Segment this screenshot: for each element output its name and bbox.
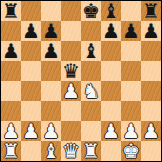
square-h1[interactable] (141, 141, 161, 161)
square-h3[interactable] (141, 101, 161, 121)
square-h6[interactable] (141, 41, 161, 61)
white-queen-piece[interactable]: ♛ (62, 141, 80, 161)
square-a3[interactable] (1, 101, 21, 121)
white-pawn-piece[interactable]: ♟ (42, 121, 60, 141)
square-d1[interactable]: ♛ (61, 141, 81, 161)
white-rook-piece[interactable]: ♜ (2, 141, 20, 161)
square-e1[interactable]: ♜ (81, 141, 101, 161)
square-b4[interactable] (21, 81, 41, 101)
square-a5[interactable] (1, 61, 21, 81)
black-rook-piece[interactable]: ♜ (142, 1, 160, 21)
square-h5[interactable] (141, 61, 161, 81)
black-pawn-piece[interactable]: ♟ (42, 41, 60, 61)
square-e4[interactable]: ♞ (81, 81, 101, 101)
square-e7[interactable] (81, 21, 101, 41)
square-a1[interactable]: ♜ (1, 141, 21, 161)
white-pawn-piece[interactable]: ♟ (62, 81, 80, 101)
square-c7[interactable]: ♟ (41, 21, 61, 41)
square-a6[interactable]: ♟ (1, 41, 21, 61)
black-bishop-piece[interactable]: ♝ (82, 41, 100, 61)
board-frame: ♜♚♝♜♟♟♟♟♟♟♟♝♛♟♞♟♟♟♟♟♟♜♝♛♜♚ (0, 0, 162, 162)
black-rook-piece[interactable]: ♜ (2, 1, 20, 21)
black-pawn-piece[interactable]: ♟ (142, 21, 160, 41)
square-f6[interactable] (101, 41, 121, 61)
square-d6[interactable] (61, 41, 81, 61)
square-b6[interactable] (21, 41, 41, 61)
square-h4[interactable] (141, 81, 161, 101)
square-a4[interactable] (1, 81, 21, 101)
black-pawn-piece[interactable]: ♟ (122, 21, 140, 41)
square-c6[interactable]: ♟ (41, 41, 61, 61)
square-d8[interactable] (61, 1, 81, 21)
white-king-piece[interactable]: ♚ (122, 141, 140, 161)
square-b8[interactable] (21, 1, 41, 21)
square-c8[interactable] (41, 1, 61, 21)
square-f3[interactable] (101, 101, 121, 121)
square-d7[interactable] (61, 21, 81, 41)
white-pawn-piece[interactable]: ♟ (2, 121, 20, 141)
white-rook-piece[interactable]: ♜ (82, 141, 100, 161)
square-c4[interactable] (41, 81, 61, 101)
square-e3[interactable] (81, 101, 101, 121)
square-c1[interactable]: ♝ (41, 141, 61, 161)
square-g8[interactable] (121, 1, 141, 21)
square-a8[interactable]: ♜ (1, 1, 21, 21)
square-c3[interactable] (41, 101, 61, 121)
black-queen-piece[interactable]: ♛ (62, 61, 80, 81)
square-f1[interactable] (101, 141, 121, 161)
square-d2[interactable] (61, 121, 81, 141)
square-a7[interactable] (1, 21, 21, 41)
square-e8[interactable]: ♚ (81, 1, 101, 21)
square-d5[interactable]: ♛ (61, 61, 81, 81)
square-b7[interactable]: ♟ (21, 21, 41, 41)
black-bishop-piece[interactable]: ♝ (102, 1, 120, 21)
square-f8[interactable]: ♝ (101, 1, 121, 21)
white-pawn-piece[interactable]: ♟ (102, 121, 120, 141)
square-d3[interactable] (61, 101, 81, 121)
square-a2[interactable]: ♟ (1, 121, 21, 141)
square-b3[interactable] (21, 101, 41, 121)
chess-board: ♜♚♝♜♟♟♟♟♟♟♟♝♛♟♞♟♟♟♟♟♟♜♝♛♜♚ (1, 1, 161, 161)
square-e2[interactable] (81, 121, 101, 141)
square-f2[interactable]: ♟ (101, 121, 121, 141)
square-g4[interactable] (121, 81, 141, 101)
square-g7[interactable]: ♟ (121, 21, 141, 41)
black-king-piece[interactable]: ♚ (82, 1, 100, 21)
square-e5[interactable] (81, 61, 101, 81)
square-c2[interactable]: ♟ (41, 121, 61, 141)
square-f7[interactable]: ♟ (101, 21, 121, 41)
square-h8[interactable]: ♜ (141, 1, 161, 21)
square-c5[interactable] (41, 61, 61, 81)
square-b5[interactable] (21, 61, 41, 81)
black-pawn-piece[interactable]: ♟ (2, 41, 20, 61)
square-g1[interactable]: ♚ (121, 141, 141, 161)
square-f5[interactable] (101, 61, 121, 81)
black-pawn-piece[interactable]: ♟ (42, 21, 60, 41)
white-pawn-piece[interactable]: ♟ (122, 121, 140, 141)
square-b1[interactable] (21, 141, 41, 161)
square-g2[interactable]: ♟ (121, 121, 141, 141)
white-bishop-piece[interactable]: ♝ (42, 141, 60, 161)
square-g5[interactable] (121, 61, 141, 81)
square-e6[interactable]: ♝ (81, 41, 101, 61)
square-h7[interactable]: ♟ (141, 21, 161, 41)
square-g6[interactable] (121, 41, 141, 61)
square-d4[interactable]: ♟ (61, 81, 81, 101)
white-pawn-piece[interactable]: ♟ (22, 121, 40, 141)
square-h2[interactable]: ♟ (141, 121, 161, 141)
white-knight-piece[interactable]: ♞ (82, 81, 100, 101)
black-pawn-piece[interactable]: ♟ (22, 21, 40, 41)
black-pawn-piece[interactable]: ♟ (102, 21, 120, 41)
square-b2[interactable]: ♟ (21, 121, 41, 141)
square-f4[interactable] (101, 81, 121, 101)
white-pawn-piece[interactable]: ♟ (142, 121, 160, 141)
square-g3[interactable] (121, 101, 141, 121)
